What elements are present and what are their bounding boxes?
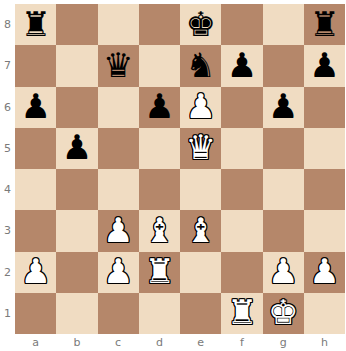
rank-label-2: 2 <box>0 252 15 293</box>
rank-label-8: 8 <box>0 4 15 45</box>
rank-labels: 87654321 <box>0 4 15 334</box>
square-c2[interactable]: ♟ <box>98 252 139 293</box>
file-label-d: d <box>139 334 180 351</box>
square-e8[interactable]: ♚ <box>180 4 221 45</box>
file-label-e: e <box>180 334 221 351</box>
square-a7[interactable] <box>15 45 56 86</box>
square-b6[interactable] <box>56 87 97 128</box>
piece-white-bishop[interactable]: ♝ <box>144 213 174 247</box>
square-e7[interactable]: ♞ <box>180 45 221 86</box>
square-h7[interactable]: ♟ <box>304 45 345 86</box>
square-c6[interactable] <box>98 87 139 128</box>
square-d7[interactable] <box>139 45 180 86</box>
piece-white-rook[interactable]: ♜ <box>227 295 257 329</box>
square-b4[interactable] <box>56 169 97 210</box>
file-label-f: f <box>221 334 262 351</box>
square-g3[interactable] <box>263 210 304 251</box>
rank-label-4: 4 <box>0 169 15 210</box>
square-a6[interactable]: ♟ <box>15 87 56 128</box>
square-e1[interactable] <box>180 293 221 334</box>
piece-white-pawn[interactable]: ♟ <box>309 254 339 288</box>
piece-black-pawn[interactable]: ♟ <box>268 89 298 123</box>
file-label-a: a <box>15 334 56 351</box>
piece-black-rook[interactable]: ♜ <box>309 7 339 41</box>
square-c5[interactable] <box>98 128 139 169</box>
square-g4[interactable] <box>263 169 304 210</box>
piece-black-pawn[interactable]: ♟ <box>144 89 174 123</box>
rank-label-7: 7 <box>0 45 15 86</box>
square-d6[interactable]: ♟ <box>139 87 180 128</box>
square-a4[interactable] <box>15 169 56 210</box>
square-f2[interactable] <box>221 252 262 293</box>
square-f5[interactable] <box>221 128 262 169</box>
square-e5[interactable]: ♛ <box>180 128 221 169</box>
square-b1[interactable] <box>56 293 97 334</box>
rank-label-5: 5 <box>0 128 15 169</box>
square-f7[interactable]: ♟ <box>221 45 262 86</box>
square-d3[interactable]: ♝ <box>139 210 180 251</box>
file-labels: abcdefgh <box>15 334 345 351</box>
square-c1[interactable] <box>98 293 139 334</box>
square-b7[interactable] <box>56 45 97 86</box>
square-f4[interactable] <box>221 169 262 210</box>
square-f6[interactable] <box>221 87 262 128</box>
square-h1[interactable] <box>304 293 345 334</box>
piece-black-rook[interactable]: ♜ <box>20 7 50 41</box>
square-a1[interactable] <box>15 293 56 334</box>
square-f8[interactable] <box>221 4 262 45</box>
piece-black-pawn[interactable]: ♟ <box>20 89 50 123</box>
square-f3[interactable] <box>221 210 262 251</box>
square-h2[interactable]: ♟ <box>304 252 345 293</box>
piece-white-pawn[interactable]: ♟ <box>103 254 133 288</box>
square-f1[interactable]: ♜ <box>221 293 262 334</box>
square-h3[interactable] <box>304 210 345 251</box>
square-d5[interactable] <box>139 128 180 169</box>
piece-white-pawn[interactable]: ♟ <box>268 254 298 288</box>
square-g5[interactable] <box>263 128 304 169</box>
piece-white-queen[interactable]: ♛ <box>185 130 215 164</box>
piece-black-knight[interactable]: ♞ <box>185 48 215 82</box>
square-a8[interactable]: ♜ <box>15 4 56 45</box>
square-a2[interactable]: ♟ <box>15 252 56 293</box>
square-b5[interactable]: ♟ <box>56 128 97 169</box>
file-label-h: h <box>304 334 345 351</box>
square-h4[interactable] <box>304 169 345 210</box>
piece-black-pawn[interactable]: ♟ <box>309 48 339 82</box>
square-b2[interactable] <box>56 252 97 293</box>
square-g6[interactable]: ♟ <box>263 87 304 128</box>
square-h6[interactable] <box>304 87 345 128</box>
chess-board[interactable]: ♜♚♜♛♞♟♟♟♟♟♟♟♛♟♝♝♟♟♜♟♟♜♚ <box>15 4 345 334</box>
square-d2[interactable]: ♜ <box>139 252 180 293</box>
chess-board-container: 87654321 ♜♚♜♛♞♟♟♟♟♟♟♟♛♟♝♝♟♟♜♟♟♜♚ abcdefg… <box>0 0 346 351</box>
square-g7[interactable] <box>263 45 304 86</box>
piece-white-pawn[interactable]: ♟ <box>103 213 133 247</box>
square-g2[interactable]: ♟ <box>263 252 304 293</box>
piece-black-king[interactable]: ♚ <box>185 7 215 41</box>
square-c4[interactable] <box>98 169 139 210</box>
square-e2[interactable] <box>180 252 221 293</box>
square-e3[interactable]: ♝ <box>180 210 221 251</box>
piece-white-pawn[interactable]: ♟ <box>185 89 215 123</box>
piece-white-bishop[interactable]: ♝ <box>185 213 215 247</box>
square-d1[interactable] <box>139 293 180 334</box>
square-c3[interactable]: ♟ <box>98 210 139 251</box>
square-b8[interactable] <box>56 4 97 45</box>
piece-white-rook[interactable]: ♜ <box>144 254 174 288</box>
square-a5[interactable] <box>15 128 56 169</box>
square-h8[interactable]: ♜ <box>304 4 345 45</box>
square-a3[interactable] <box>15 210 56 251</box>
file-label-c: c <box>98 334 139 351</box>
square-b3[interactable] <box>56 210 97 251</box>
piece-white-king[interactable]: ♚ <box>268 295 298 329</box>
square-d8[interactable] <box>139 4 180 45</box>
piece-white-pawn[interactable]: ♟ <box>20 254 50 288</box>
square-e4[interactable] <box>180 169 221 210</box>
square-d4[interactable] <box>139 169 180 210</box>
piece-black-queen[interactable]: ♛ <box>103 48 133 82</box>
square-e6[interactable]: ♟ <box>180 87 221 128</box>
square-g1[interactable]: ♚ <box>263 293 304 334</box>
square-h5[interactable] <box>304 128 345 169</box>
rank-label-6: 6 <box>0 87 15 128</box>
file-label-g: g <box>263 334 304 351</box>
rank-label-1: 1 <box>0 293 15 334</box>
square-c7[interactable]: ♛ <box>98 45 139 86</box>
file-label-b: b <box>56 334 97 351</box>
piece-black-pawn[interactable]: ♟ <box>62 130 92 164</box>
piece-black-pawn[interactable]: ♟ <box>227 48 257 82</box>
rank-label-3: 3 <box>0 210 15 251</box>
square-c8[interactable] <box>98 4 139 45</box>
square-g8[interactable] <box>263 4 304 45</box>
